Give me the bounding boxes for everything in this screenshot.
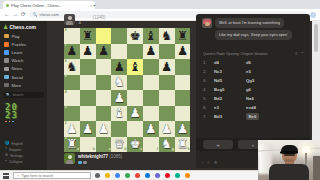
square-h5[interactable] [175, 75, 191, 91]
sidebar-item-news[interactable]: News [0, 65, 47, 73]
white-pawn-e3[interactable]: ♟ [127, 106, 143, 122]
sidebar-item-label: Social [12, 75, 23, 80]
black-knight-a6[interactable]: ♞ [64, 59, 80, 75]
square-d1[interactable]: d♛ [111, 137, 127, 153]
square-d3[interactable]: ♝ [111, 106, 127, 122]
square-h1[interactable]: h♜ [175, 137, 191, 153]
square-b6[interactable] [80, 59, 96, 75]
black-pawn-a7[interactable]: ♟ [64, 44, 80, 60]
browser-tabstrip: Play Chess Online - Chess... × + [0, 0, 320, 9]
footer-link-label: Collapse [9, 160, 23, 164]
player-info: whiteknight77 (1085) [78, 153, 122, 166]
play-icon [4, 34, 9, 39]
teams-icon[interactable] [175, 173, 180, 178]
move-number: 5. [203, 96, 214, 101]
white-move[interactable]: d4 [214, 60, 246, 65]
player-flag-icon [83, 161, 87, 165]
move-row: 3.Nd5Qg5 [203, 76, 304, 85]
support-icon: ? [5, 148, 7, 152]
move-number: 3. [203, 78, 214, 83]
rank-label: 8 [65, 29, 67, 32]
white-pawn-f2[interactable]: ♟ [143, 121, 159, 137]
sidebar-item-label: Puzzles [12, 42, 27, 47]
move-number: 4. [203, 87, 214, 92]
banner-line2: 23 [5, 111, 44, 119]
tab-close-icon[interactable]: × [90, 3, 92, 8]
player-avatar[interactable] [64, 153, 75, 164]
search-icon: 🔍 [33, 12, 38, 17]
move-row: 7.Bd3Be6 [203, 112, 304, 121]
square-h2[interactable]: ♟ [175, 121, 191, 137]
move-number: 2. [203, 69, 214, 74]
move-row: 5.Bd2Na6 [203, 94, 304, 103]
square-c3[interactable] [96, 106, 112, 122]
white-move[interactable]: Bxg5 [214, 87, 246, 92]
square-b2[interactable]: ♟ [80, 121, 96, 137]
white-pawn-b2[interactable]: ♟ [80, 121, 96, 137]
sidebar-item-puzzles[interactable]: Puzzles [0, 40, 47, 48]
square-g5[interactable] [159, 75, 175, 91]
rank-label: 5 [65, 75, 67, 78]
black-move[interactable]: d6 [246, 60, 278, 65]
square-c4[interactable] [96, 90, 112, 106]
white-king-e1[interactable]: ♚ [127, 137, 143, 153]
black-pawn-g6[interactable]: ♟ [159, 59, 175, 75]
square-b1[interactable]: b [80, 137, 96, 153]
player-username: whiteknight77 [78, 154, 108, 159]
square-f7[interactable]: ♟ [143, 44, 159, 60]
tab-favicon [6, 4, 9, 7]
logo-text: Chess.com [9, 24, 36, 30]
black-rook-b8[interactable]: ♜ [80, 28, 96, 44]
white-move[interactable]: Nd5 [214, 78, 246, 83]
mail-icon[interactable] [135, 173, 140, 178]
social-icon [4, 75, 9, 80]
more-icon [4, 83, 9, 88]
avatar-body [66, 160, 73, 165]
rank-label: 4 [65, 91, 67, 94]
square-c1[interactable]: c [96, 137, 112, 153]
player-badge-icon [78, 161, 82, 165]
square-e5[interactable] [127, 75, 143, 91]
square-d6[interactable]: ♟ [111, 59, 127, 75]
square-e7[interactable] [127, 44, 143, 60]
square-b8[interactable]: ♜ [80, 28, 96, 44]
square-e6[interactable]: ♝ [127, 59, 143, 75]
black-rook-h8[interactable]: ♜ [175, 28, 191, 44]
opponent-username: Milton [78, 15, 91, 20]
captured-pieces: ♙ [78, 21, 106, 25]
captured-pawn-icon: ♙ [78, 21, 82, 25]
square-h8[interactable]: ♜ [175, 28, 191, 44]
folder-icon[interactable] [105, 173, 110, 178]
settings-icon: ⚙ [5, 154, 8, 158]
sidebar-item-social[interactable]: Social [0, 73, 47, 81]
square-a7[interactable]: 7♟ [64, 44, 80, 60]
firefox-icon[interactable] [185, 173, 190, 178]
edge-icon[interactable] [145, 173, 150, 178]
square-f8[interactable]: ♝ [143, 28, 159, 44]
square-c7[interactable]: ♟ [96, 44, 112, 60]
sidebar-footer: 🌐English?Support⚙Settings«Collapse [0, 141, 47, 164]
taskbar-search-input[interactable]: ○ Type here to search [13, 172, 91, 179]
square-d8[interactable] [111, 28, 127, 44]
furniture [313, 156, 320, 180]
english-icon: 🌐 [5, 142, 9, 146]
white-rook-a1[interactable]: ♜ [64, 137, 80, 153]
settings-icon[interactable]: ⚙ [214, 161, 218, 165]
white-move[interactable]: Bd3 [214, 114, 246, 119]
square-d4[interactable]: ♟ [111, 90, 127, 106]
move-row: 4.Bxg5g6 [203, 85, 304, 94]
black-move[interactable]: Na6 [246, 96, 278, 101]
chat-bubbles: Well, at least I'm learning somethingLik… [215, 18, 305, 40]
white-knight-d5[interactable]: ♞ [111, 75, 127, 91]
square-d5[interactable]: ♞ [111, 75, 127, 91]
black-knight-g8[interactable]: ♞ [159, 28, 175, 44]
footer-link-settings[interactable]: ⚙Settings [0, 153, 47, 158]
taskbar-search-placeholder: Type here to search [21, 174, 53, 178]
white-pawn-g2[interactable]: ♟ [159, 121, 175, 137]
square-g7[interactable] [159, 44, 175, 60]
file-label: c [109, 148, 111, 151]
black-move[interactable]: e5 [246, 69, 278, 74]
black-king-e8[interactable]: ♚ [127, 28, 143, 44]
avatar-head [68, 16, 72, 20]
footer-link-collapse[interactable]: «Collapse [0, 159, 47, 164]
sidebar-item-label: Learn [12, 50, 23, 55]
square-b4[interactable] [80, 90, 96, 106]
square-f1[interactable]: f [143, 137, 159, 153]
browser-tab[interactable]: Play Chess Online - Chess... × [3, 1, 95, 9]
white-pawn-c2[interactable]: ♟ [96, 121, 112, 137]
opening-name[interactable]: Queen's Pawn Opening: Chigorin Variation [203, 52, 292, 56]
tab-title: Play Chess Online - Chess... [11, 3, 62, 8]
player-rating: (1085) [109, 154, 122, 159]
avatar-face [205, 22, 210, 27]
square-g4[interactable] [159, 90, 175, 106]
search-icon: ○ [17, 173, 19, 178]
chat-toggle-icon[interactable]: ‹ [202, 161, 203, 165]
square-g3[interactable] [159, 106, 175, 122]
avatar-head [68, 155, 72, 159]
black-pawn-f7[interactable]: ♟ [143, 44, 159, 60]
avatar-body [66, 21, 73, 26]
square-f5[interactable] [143, 75, 159, 91]
chesscom-logo[interactable]: ♟ Chess.com [0, 21, 47, 32]
black-bishop-e6[interactable]: ♝ [127, 59, 143, 75]
white-bishop-d3[interactable]: ♝ [111, 106, 127, 122]
store-icon[interactable] [125, 173, 130, 178]
openings-book-icon[interactable]: ≡ [295, 51, 297, 56]
white-rook-h1[interactable]: ♜ [175, 137, 191, 153]
square-a2[interactable]: 2♟ [64, 121, 80, 137]
white-move[interactable]: Bd2 [214, 96, 246, 101]
square-a1[interactable]: 1a♜ [64, 137, 80, 153]
opponent-avatar[interactable] [64, 14, 75, 25]
url-text: chess.com [40, 12, 59, 17]
search-icon: 🔍 [6, 93, 10, 97]
footer-link-support[interactable]: ?Support [0, 147, 47, 152]
move-number: 6. [203, 105, 214, 110]
sidebar-item-label: Play [12, 34, 20, 39]
move-row: 6.e3exd4 [203, 103, 304, 112]
sidebar-item-label: Watch [12, 58, 24, 63]
square-d7[interactable] [111, 44, 127, 60]
square-g6[interactable]: ♟ [159, 59, 175, 75]
browser-profile-avatar[interactable] [310, 12, 316, 18]
square-e1[interactable]: e♚ [127, 137, 143, 153]
current-move[interactable]: Be6 [246, 113, 259, 120]
back-icon[interactable]: ← [4, 12, 10, 18]
forward-icon[interactable]: → [13, 12, 19, 18]
player-name[interactable]: whiteknight77 (1085) [78, 155, 122, 160]
footer-link-english[interactable]: 🌐English [0, 141, 47, 146]
streamer-body [269, 164, 309, 180]
white-pawn-d4[interactable]: ♟ [111, 90, 127, 106]
search-placeholder: Search [12, 93, 23, 97]
webcam-overlay [258, 140, 320, 180]
coach-chat: Well, at least I'm learning somethingLik… [202, 18, 305, 40]
face-shadow [284, 159, 294, 162]
onenote-icon[interactable] [165, 173, 170, 178]
opponent-player-bar: Milton (1240) ♙ [64, 14, 190, 27]
square-a4[interactable]: 4 [64, 90, 80, 106]
black-pawn-h7[interactable]: ♟ [175, 44, 191, 60]
black-move[interactable]: Be6 [246, 114, 278, 119]
square-b3[interactable] [80, 106, 96, 122]
move-row: 1.d4d6 [203, 58, 304, 67]
sidebar-item-label: More [12, 83, 22, 88]
sidebar-item-more[interactable]: More [0, 81, 47, 89]
collapse-icon: « [5, 160, 7, 164]
opponent-info: Milton (1240) ♙ [78, 14, 106, 27]
square-c6[interactable] [96, 59, 112, 75]
sidebar-item-watch[interactable]: Watch [0, 57, 47, 65]
footer-link-label: Support [9, 148, 21, 152]
square-a3[interactable]: 3 [64, 106, 80, 122]
footer-link-label: Settings [10, 154, 23, 158]
news-icon [4, 67, 9, 72]
chess-board[interactable]: 8♜♚♝♞♜7♟♟♟♟♟6♞♟♝♟5♞4♟3♝♟2♟♟♟♟♟♟1a♜bcd♛e♚… [64, 28, 190, 152]
pawn-logo-icon: ♟ [3, 24, 8, 30]
white-pawn-h2[interactable]: ♟ [175, 121, 191, 137]
player-bar: whiteknight77 (1085) [64, 153, 190, 166]
square-g2[interactable]: ♟ [159, 121, 175, 137]
square-e8[interactable]: ♚ [127, 28, 143, 44]
chat-message: Like my dad says, 'Keep your eyes open' [215, 30, 292, 40]
reload-icon[interactable]: ⟳ [21, 12, 26, 18]
square-c2[interactable]: ♟ [96, 121, 112, 137]
screen: Play Chess Online - Chess... × + ← → ⟳ 🔍… [0, 0, 320, 180]
square-f4[interactable] [143, 90, 159, 106]
black-pawn-d6[interactable]: ♟ [111, 59, 127, 75]
square-d2[interactable] [111, 121, 127, 137]
sidebar-item-label: News [12, 66, 22, 71]
square-f6[interactable] [143, 59, 159, 75]
square-a6[interactable]: 6♞ [64, 59, 80, 75]
square-f2[interactable]: ♟ [143, 121, 159, 137]
square-h6[interactable] [175, 59, 191, 75]
discord-icon[interactable] [155, 173, 160, 178]
task-view-icon[interactable] [95, 173, 100, 178]
chat-message: Well, at least I'm learning something [215, 18, 284, 28]
square-a5[interactable]: 5 [64, 75, 80, 91]
white-queen-d1[interactable]: ♛ [111, 137, 127, 153]
sidebar: ♟ Chess.com PlayPuzzlesLearnWatchNewsSoc… [0, 21, 47, 170]
opening-row: Queen's Pawn Opening: Chigorin Variation… [203, 51, 304, 56]
glasses [284, 154, 295, 156]
add-button[interactable]: + [203, 140, 233, 149]
move-number: 7. [203, 114, 214, 119]
opponent-name[interactable]: Milton (1240) [78, 16, 106, 21]
square-h4[interactable] [175, 90, 191, 106]
new-tab-button[interactable]: + [93, 2, 96, 8]
white-knight-g1[interactable]: ♞ [159, 137, 175, 153]
start-button-icon[interactable] [3, 173, 9, 179]
menu-icon[interactable]: ≡ [207, 161, 209, 165]
black-move[interactable]: exd4 [246, 105, 278, 110]
file-label: b [93, 148, 95, 151]
square-h7[interactable]: ♟ [175, 44, 191, 60]
square-c5[interactable] [96, 75, 112, 91]
square-g1[interactable]: g♞ [159, 137, 175, 153]
square-g8[interactable]: ♞ [159, 28, 175, 44]
square-c8[interactable] [96, 28, 112, 44]
sidebar-item-learn[interactable]: Learn [0, 48, 47, 56]
black-pawn-c7[interactable]: ♟ [96, 44, 112, 60]
square-e4[interactable] [127, 90, 143, 106]
rank-label: 3 [65, 106, 67, 109]
year-in-chess-banner[interactable]: 20 23 [5, 103, 44, 122]
white-move[interactable]: Nc3 [214, 69, 246, 74]
coach-avatar [202, 18, 212, 28]
collapse-icon[interactable]: ⌃ [301, 51, 304, 56]
sidebar-item-play[interactable]: Play [0, 32, 47, 40]
move-list: 1.d4d62.Nc3e53.Nd5Qg54.Bxg5g65.Bd2Na66.e… [203, 58, 304, 121]
scrollbar-thumb[interactable] [314, 24, 318, 52]
learn-icon [4, 50, 9, 55]
banner-confetti [5, 121, 44, 123]
taskbar-icons [95, 173, 190, 178]
black-pawn-b7[interactable]: ♟ [80, 44, 96, 60]
watch-icon [4, 58, 9, 63]
white-pawn-a2[interactable]: ♟ [64, 121, 80, 137]
sidebar-nav: PlayPuzzlesLearnWatchNewsSocialMore [0, 32, 47, 89]
square-e2[interactable] [127, 121, 143, 137]
black-move[interactable]: g6 [246, 87, 278, 92]
black-move[interactable]: Qg5 [246, 78, 278, 83]
move-number: 1. [203, 60, 214, 65]
puzzles-icon [4, 42, 9, 47]
square-e3[interactable]: ♟ [127, 106, 143, 122]
opponent-rating: (1240) [93, 15, 106, 20]
square-h3[interactable] [175, 106, 191, 122]
square-b5[interactable] [80, 75, 96, 91]
square-f3[interactable] [143, 106, 159, 122]
panel-mini-icons: ‹≡⚙ [202, 161, 217, 165]
white-move[interactable]: e3 [214, 105, 246, 110]
move-row: 2.Nc3e5 [203, 67, 304, 76]
black-bishop-f8[interactable]: ♝ [143, 28, 159, 44]
footer-link-label: English [11, 142, 22, 146]
square-a8[interactable]: 8 [64, 28, 80, 44]
sidebar-search-input[interactable]: 🔍 Search [3, 92, 44, 98]
square-b7[interactable]: ♟ [80, 44, 96, 60]
chrome-icon[interactable] [115, 173, 120, 178]
